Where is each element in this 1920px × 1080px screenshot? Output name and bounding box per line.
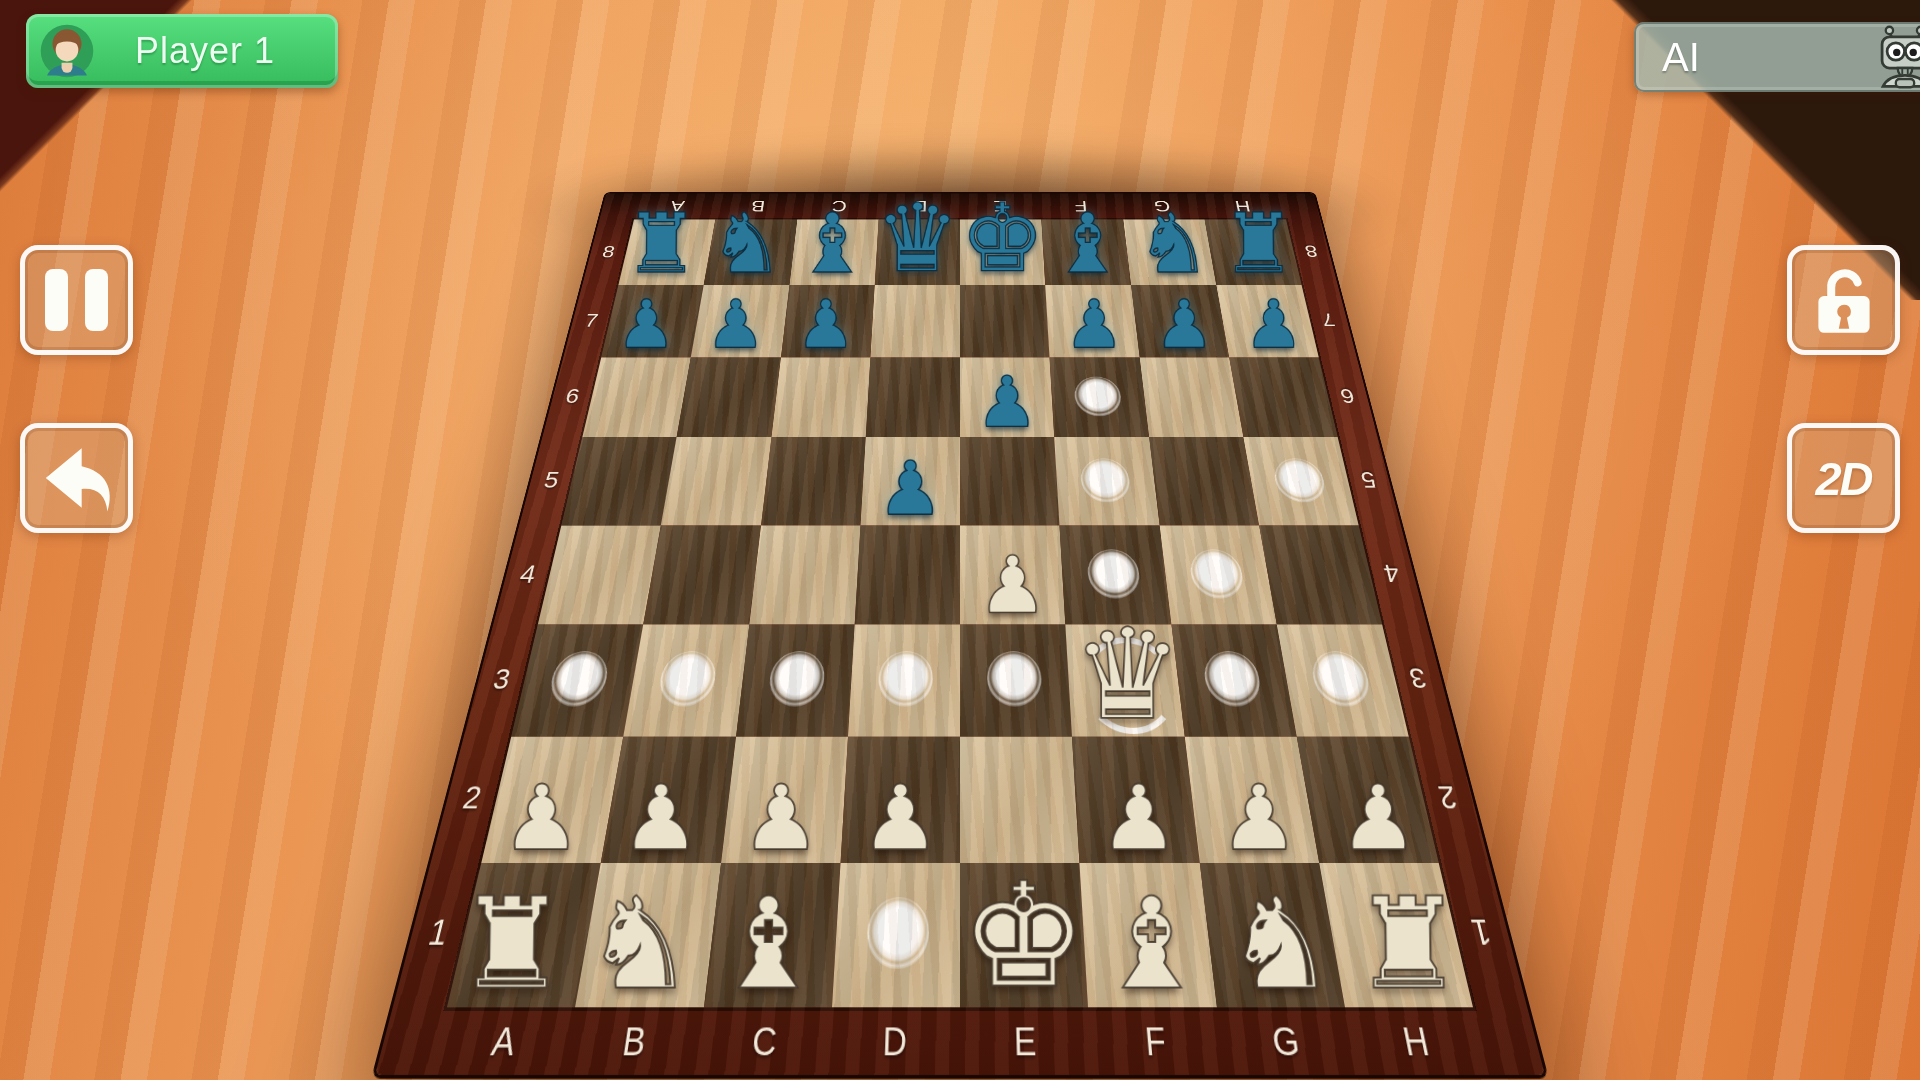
unlock-button[interactable]: [1787, 245, 1900, 355]
white-pawn-h2[interactable]: ♟: [1338, 773, 1419, 863]
black-king-e8[interactable]: ♚: [960, 191, 1045, 285]
white-pawn-f2[interactable]: ♟: [1099, 773, 1179, 863]
black-pawn-d5[interactable]: ♟: [877, 451, 943, 525]
black-pawn-b7[interactable]: ♟: [706, 291, 766, 358]
square-e1[interactable]: ♚: [960, 863, 1088, 1008]
square-c6[interactable]: [771, 357, 870, 437]
black-pawn-g7[interactable]: ♟: [1154, 291, 1214, 358]
square-c1[interactable]: ♝: [704, 863, 841, 1008]
square-f1[interactable]: ♝: [1080, 863, 1217, 1008]
square-g8[interactable]: ♞: [1123, 219, 1216, 285]
square-g6[interactable]: [1139, 357, 1243, 437]
square-g3[interactable]: [1171, 625, 1296, 737]
square-h8[interactable]: ♜: [1205, 219, 1302, 285]
white-bishop-f1[interactable]: ♝: [1096, 881, 1208, 1008]
square-e8[interactable]: ♚: [960, 219, 1045, 285]
square-a8[interactable]: ♜: [618, 219, 715, 285]
file-label-d: D: [828, 1007, 960, 1075]
square-e6[interactable]: ♟: [960, 357, 1054, 437]
black-queen-d8[interactable]: ♛: [875, 191, 960, 285]
square-a1[interactable]: ♜: [447, 863, 601, 1008]
move-dot-h3[interactable]: [1308, 651, 1374, 707]
square-c3[interactable]: [736, 625, 855, 737]
black-knight-g8[interactable]: ♞: [1136, 202, 1211, 285]
square-c4[interactable]: [749, 526, 860, 625]
square-b2[interactable]: ♟: [601, 736, 736, 862]
white-bishop-c1[interactable]: ♝: [712, 881, 824, 1008]
square-e5[interactable]: [960, 437, 1060, 526]
square-e4[interactable]: ♟: [960, 526, 1066, 625]
file-label-a: A: [431, 1007, 575, 1075]
square-h7[interactable]: ♟: [1216, 285, 1319, 357]
black-pawn-c7[interactable]: ♟: [796, 291, 856, 358]
ai-chip[interactable]: AI: [1634, 22, 1920, 92]
white-king-e1[interactable]: ♚: [961, 863, 1088, 1007]
move-dot-g3[interactable]: [1201, 651, 1264, 707]
black-pawn-h7[interactable]: ♟: [1243, 291, 1303, 358]
move-dot-d3[interactable]: [877, 651, 933, 707]
square-g1[interactable]: ♞: [1199, 863, 1344, 1008]
square-c8[interactable]: ♝: [789, 219, 878, 285]
square-g7[interactable]: ♟: [1131, 285, 1229, 357]
black-bishop-f8[interactable]: ♝: [1051, 202, 1125, 285]
move-dot-f5[interactable]: [1080, 458, 1132, 502]
square-c2[interactable]: ♟: [721, 736, 848, 862]
black-rook-a8[interactable]: ♜: [624, 202, 699, 285]
pause-icon: [45, 269, 108, 331]
undo-button[interactable]: [20, 423, 133, 533]
white-knight-g1[interactable]: ♞: [1224, 881, 1336, 1008]
black-pawn-e6[interactable]: ♟: [976, 367, 1039, 437]
player-one-chip[interactable]: Player 1: [26, 14, 338, 88]
square-d3[interactable]: [848, 625, 960, 737]
file-label-b: B: [563, 1007, 703, 1075]
white-queen-f3[interactable]: ♛: [1072, 611, 1183, 736]
square-e3[interactable]: [960, 625, 1072, 737]
square-f7[interactable]: ♟: [1045, 285, 1139, 357]
square-d4[interactable]: [854, 526, 960, 625]
file-label-e: E: [960, 1007, 1092, 1075]
square-b5[interactable]: [661, 437, 771, 526]
square-b1[interactable]: ♞: [575, 863, 720, 1008]
square-b8[interactable]: ♞: [704, 219, 797, 285]
square-c7[interactable]: ♟: [781, 285, 875, 357]
black-pawn-f7[interactable]: ♟: [1065, 291, 1125, 358]
move-dot-b3[interactable]: [656, 651, 719, 707]
square-a6[interactable]: [582, 357, 691, 437]
square-g2[interactable]: ♟: [1184, 736, 1319, 862]
player-one-label: Player 1: [96, 30, 338, 72]
white-pawn-a2[interactable]: ♟: [501, 773, 582, 863]
white-pawn-g2[interactable]: ♟: [1219, 773, 1299, 863]
square-b7[interactable]: ♟: [691, 285, 789, 357]
square-d5[interactable]: ♟: [860, 437, 960, 526]
square-f3[interactable]: ♛: [1066, 625, 1185, 737]
board-scene: ABCDEFGH ABCDEFGH 87654321 87654321 ♜♞♝♛…: [0, 0, 1920, 1080]
white-pawn-d2[interactable]: ♟: [860, 773, 940, 863]
square-g5[interactable]: [1149, 437, 1259, 526]
white-rook-a1[interactable]: ♜: [456, 881, 569, 1008]
square-f8[interactable]: ♝: [1042, 219, 1131, 285]
move-dot-h5[interactable]: [1271, 458, 1329, 502]
square-b4[interactable]: [643, 526, 760, 625]
square-d8[interactable]: ♛: [875, 219, 960, 285]
white-knight-b1[interactable]: ♞: [584, 881, 696, 1008]
square-f6[interactable]: [1050, 357, 1149, 437]
robot-icon: [1872, 24, 1920, 90]
black-bishop-c8[interactable]: ♝: [795, 202, 869, 285]
square-a7[interactable]: ♟: [601, 285, 704, 357]
move-dot-c3[interactable]: [767, 651, 826, 707]
view-2d-button[interactable]: 2D: [1787, 423, 1900, 533]
square-e2[interactable]: [960, 736, 1080, 862]
move-dot-e3[interactable]: [987, 651, 1043, 707]
white-pawn-b2[interactable]: ♟: [621, 773, 701, 863]
move-dot-f6[interactable]: [1074, 376, 1123, 416]
chess-board-frame: ABCDEFGH ABCDEFGH 87654321 87654321 ♜♞♝♛…: [375, 193, 1545, 1075]
file-label-c: C: [696, 1007, 832, 1075]
square-e7[interactable]: [960, 285, 1050, 357]
pause-button[interactable]: [20, 245, 133, 355]
game-screen: ABCDEFGH ABCDEFGH 87654321 87654321 ♜♞♝♛…: [0, 0, 1920, 1080]
black-rook-h8[interactable]: ♜: [1221, 202, 1296, 285]
undo-arrow-icon: [38, 439, 116, 517]
black-pawn-a7[interactable]: ♟: [616, 291, 676, 358]
move-dot-a3[interactable]: [546, 651, 612, 707]
move-dot-d1[interactable]: [866, 897, 930, 969]
move-dot-g4[interactable]: [1187, 549, 1246, 598]
square-c5[interactable]: [761, 437, 866, 526]
square-d1[interactable]: [832, 863, 960, 1008]
player-avatar-icon: [38, 22, 96, 80]
white-rook-h1[interactable]: ♜: [1352, 881, 1465, 1008]
open-padlock-icon: [1804, 260, 1884, 340]
square-b6[interactable]: [677, 357, 781, 437]
square-h1[interactable]: ♜: [1319, 863, 1473, 1008]
view-2d-label: 2D: [1815, 451, 1871, 506]
file-label-g: G: [1216, 1007, 1356, 1075]
white-pawn-e4[interactable]: ♟: [978, 546, 1048, 625]
file-label-h: H: [1345, 1007, 1489, 1075]
black-knight-b8[interactable]: ♞: [709, 202, 784, 285]
move-dot-f4[interactable]: [1086, 549, 1142, 598]
square-f5[interactable]: [1054, 437, 1159, 526]
square-f2[interactable]: ♟: [1072, 736, 1199, 862]
white-pawn-c2[interactable]: ♟: [741, 773, 821, 863]
square-b3[interactable]: [624, 625, 749, 737]
file-labels-near: ABCDEFGH: [431, 1007, 1489, 1075]
ai-label: AI: [1662, 35, 1700, 80]
square-d6[interactable]: [866, 357, 960, 437]
square-d2[interactable]: ♟: [840, 736, 960, 862]
file-label-f: F: [1088, 1007, 1224, 1075]
square-d7[interactable]: [870, 285, 960, 357]
